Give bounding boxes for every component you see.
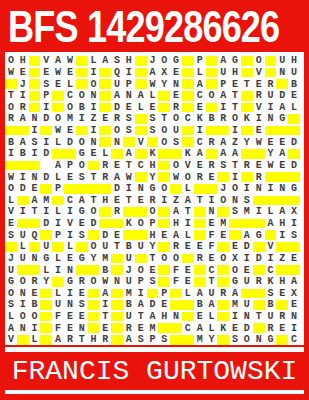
letter-cell: E xyxy=(182,264,194,276)
blocked-cell-yellow xyxy=(5,160,17,172)
blocked-cell-yellow xyxy=(158,276,170,288)
letter-cell: A xyxy=(170,206,182,218)
blocked-cell-yellow xyxy=(194,218,206,230)
blocked-cell-yellow xyxy=(99,67,111,79)
letter-cell: N xyxy=(276,183,288,195)
letter-cell: I xyxy=(88,67,100,79)
letter-cell: E xyxy=(206,171,218,183)
letter-cell: S xyxy=(5,229,17,241)
letter-cell: K xyxy=(265,276,277,288)
letter-cell: E xyxy=(64,311,76,323)
letter-cell: P xyxy=(147,218,159,230)
blocked-cell-yellow xyxy=(40,311,52,323)
letter-cell: H xyxy=(158,311,170,323)
letter-cell: I xyxy=(229,171,241,183)
letter-cell: Q xyxy=(111,67,123,79)
letter-cell: U xyxy=(288,67,300,79)
letter-cell: S xyxy=(123,113,135,125)
blocked-cell-yellow xyxy=(76,67,88,79)
letter-cell: G xyxy=(170,55,182,67)
blocked-cell-yellow xyxy=(88,183,100,195)
blocked-cell-yellow xyxy=(241,125,253,137)
letter-cell: P xyxy=(40,90,52,102)
blocked-cell-yellow xyxy=(217,311,229,323)
blocked-cell-white xyxy=(40,160,52,172)
blocked-cell-yellow xyxy=(182,102,194,114)
letter-cell: O xyxy=(253,55,265,67)
letter-cell: E xyxy=(64,322,76,334)
blocked-cell-yellow xyxy=(182,334,194,346)
letter-cell: R xyxy=(99,171,111,183)
blocked-cell-yellow xyxy=(158,264,170,276)
letter-cell: O xyxy=(206,90,218,102)
letter-cell: N xyxy=(88,136,100,148)
blocked-cell-yellow xyxy=(76,125,88,137)
letter-cell: D xyxy=(40,171,52,183)
letter-cell: C xyxy=(265,264,277,276)
letter-cell: M xyxy=(217,218,229,230)
letter-cell: E xyxy=(194,102,206,114)
letter-cell: P xyxy=(135,276,147,288)
letter-cell: R xyxy=(170,241,182,253)
letter-cell: U xyxy=(265,311,277,323)
letter-cell: U xyxy=(17,229,29,241)
letter-cell: T xyxy=(5,90,17,102)
letter-cell: V xyxy=(265,241,277,253)
letter-cell: E xyxy=(229,241,241,253)
blocked-cell-yellow xyxy=(158,218,170,230)
blocked-cell-yellow xyxy=(111,288,123,300)
letter-cell: E xyxy=(52,78,64,90)
letter-cell: I xyxy=(241,183,253,195)
letter-cell: S xyxy=(76,171,88,183)
blocked-cell-yellow xyxy=(217,264,229,276)
letter-cell: R xyxy=(217,113,229,125)
letter-cell: H xyxy=(147,160,159,172)
letter-cell: E xyxy=(135,195,147,207)
letter-cell: O xyxy=(5,102,17,114)
letter-cell: O xyxy=(182,171,194,183)
letter-cell: Z xyxy=(170,195,182,207)
blocked-cell-yellow xyxy=(17,160,29,172)
blocked-cell-yellow xyxy=(170,288,182,300)
blocked-cell-yellow xyxy=(265,55,277,67)
blocked-cell-yellow xyxy=(206,78,218,90)
letter-cell: L xyxy=(17,241,29,253)
letter-cell: T xyxy=(158,113,170,125)
letter-cell: I xyxy=(29,322,41,334)
letter-cell: A xyxy=(147,67,159,79)
blocked-cell-yellow xyxy=(288,171,300,183)
letter-cell: S xyxy=(147,125,159,137)
blocked-cell-yellow xyxy=(52,241,64,253)
letter-cell: P xyxy=(123,78,135,90)
letter-cell: N xyxy=(241,311,253,323)
blocked-cell-yellow xyxy=(170,299,182,311)
blocked-cell-yellow xyxy=(135,78,147,90)
letter-cell: G xyxy=(76,206,88,218)
letter-cell: N xyxy=(64,299,76,311)
letter-cell: A xyxy=(135,299,147,311)
blocked-cell-yellow xyxy=(253,322,265,334)
blocked-cell-yellow xyxy=(76,241,88,253)
letter-cell: A xyxy=(76,195,88,207)
letter-cell: C xyxy=(206,264,218,276)
blocked-cell-yellow xyxy=(253,148,265,160)
blocked-cell-yellow xyxy=(135,113,147,125)
letter-cell: Y xyxy=(206,334,218,346)
letter-cell: E xyxy=(147,264,159,276)
letter-cell: O xyxy=(17,276,29,288)
letter-cell: G xyxy=(76,253,88,265)
letter-cell: I xyxy=(135,288,147,300)
letter-cell: E xyxy=(253,160,265,172)
letter-cell: K xyxy=(182,148,194,160)
letter-cell: I xyxy=(40,206,52,218)
letter-cell: I xyxy=(194,125,206,137)
letter-cell: O xyxy=(241,334,253,346)
letter-cell: R xyxy=(123,322,135,334)
letter-cell: K xyxy=(147,148,159,160)
letter-cell: H xyxy=(147,229,159,241)
letter-cell: U xyxy=(217,67,229,79)
letter-cell: F xyxy=(170,276,182,288)
letter-cell: R xyxy=(99,334,111,346)
blocked-cell-yellow xyxy=(111,218,123,230)
letter-cell: A xyxy=(217,148,229,160)
blocked-cell-yellow xyxy=(241,288,253,300)
letter-cell: T xyxy=(135,311,147,323)
blocked-cell-yellow xyxy=(76,183,88,195)
letter-cell: O xyxy=(135,218,147,230)
letter-cell: W xyxy=(147,78,159,90)
letter-cell: X xyxy=(288,288,300,300)
blocked-cell-yellow xyxy=(29,78,41,90)
letter-cell: A xyxy=(288,276,300,288)
letter-cell: U xyxy=(99,241,111,253)
letter-cell: G xyxy=(229,276,241,288)
letter-cell: L xyxy=(64,78,76,90)
blocked-cell-yellow xyxy=(99,78,111,90)
letter-cell: O xyxy=(88,78,100,90)
blocked-cell-yellow xyxy=(111,253,123,265)
letter-cell: R xyxy=(253,276,265,288)
letter-cell: F xyxy=(52,322,64,334)
blocked-cell-yellow xyxy=(88,322,100,334)
blocked-cell-yellow xyxy=(265,171,277,183)
blocked-cell-yellow xyxy=(88,264,100,276)
blocked-cell-yellow xyxy=(241,102,253,114)
letter-cell: H xyxy=(276,276,288,288)
letter-cell: V xyxy=(64,218,76,230)
letter-cell: E xyxy=(17,67,29,79)
blocked-cell-yellow xyxy=(182,90,194,102)
blocked-cell-yellow xyxy=(265,67,277,79)
letter-cell: T xyxy=(147,253,159,265)
letter-cell: T xyxy=(253,311,265,323)
letter-cell: O xyxy=(5,55,17,67)
letter-cell: R xyxy=(194,253,206,265)
letter-cell: B xyxy=(17,148,29,160)
letter-cell: R xyxy=(17,102,29,114)
blocked-cell-yellow xyxy=(29,90,41,102)
letter-cell: T xyxy=(88,195,100,207)
letter-cell: E xyxy=(194,160,206,172)
letter-cell: G xyxy=(253,229,265,241)
letter-cell: L xyxy=(40,264,52,276)
blocked-cell-yellow xyxy=(206,183,218,195)
letter-cell: W xyxy=(99,276,111,288)
letter-cell: L xyxy=(5,195,17,207)
blocked-cell-yellow xyxy=(288,148,300,160)
letter-cell: R xyxy=(194,171,206,183)
letter-cell: E xyxy=(64,171,76,183)
letter-cell: M xyxy=(40,195,52,207)
blocked-cell-yellow xyxy=(99,206,111,218)
letter-cell: F xyxy=(52,311,64,323)
letter-cell: O xyxy=(5,183,17,195)
letter-cell: L xyxy=(52,136,64,148)
letter-cell: J xyxy=(123,264,135,276)
letter-cell: N xyxy=(265,113,277,125)
blocked-cell-yellow xyxy=(147,288,159,300)
letter-cell: L xyxy=(88,55,100,67)
blocked-cell-yellow xyxy=(276,125,288,137)
blocked-cell-yellow xyxy=(5,78,17,90)
letter-cell: F xyxy=(206,241,218,253)
letter-cell: G xyxy=(76,148,88,160)
letter-cell: E xyxy=(76,288,88,300)
blocked-cell-yellow xyxy=(135,67,147,79)
letter-cell: T xyxy=(241,78,253,90)
letter-cell: Z xyxy=(88,113,100,125)
blocked-cell-yellow xyxy=(40,125,52,137)
letter-cell: B xyxy=(123,299,135,311)
letter-cell: I xyxy=(265,183,277,195)
letter-cell: A xyxy=(29,195,41,207)
grid-panel: OHVAWLASHJOGPAGOUHWEEWEIQIAXELUHVNUJSELO… xyxy=(5,52,304,394)
letter-cell: S xyxy=(76,229,88,241)
letter-cell: D xyxy=(288,160,300,172)
letter-cell: D xyxy=(147,299,159,311)
letter-cell: O xyxy=(158,55,170,67)
letter-cell: R xyxy=(265,322,277,334)
blocked-cell-yellow xyxy=(288,241,300,253)
blocked-cell-yellow xyxy=(52,102,64,114)
letter-cell: L xyxy=(99,148,111,160)
blocked-cell-yellow xyxy=(64,148,76,160)
letter-cell: H xyxy=(123,55,135,67)
blocked-cell-yellow xyxy=(135,148,147,160)
letter-cell: S xyxy=(147,113,159,125)
blocked-cell-yellow xyxy=(147,136,159,148)
letter-cell: U xyxy=(265,90,277,102)
letter-cell: A xyxy=(99,55,111,67)
letter-cell: U xyxy=(123,276,135,288)
letter-cell: M xyxy=(194,334,206,346)
letter-cell: O xyxy=(147,206,159,218)
letter-cell: R xyxy=(217,288,229,300)
letter-cell: L xyxy=(288,102,300,114)
letter-cell: N xyxy=(64,264,76,276)
letter-cell: S xyxy=(229,206,241,218)
letter-cell: A xyxy=(194,78,206,90)
grid-bottom-rule xyxy=(5,345,304,347)
letter-cell: O xyxy=(158,125,170,137)
letter-cell: G xyxy=(40,253,52,265)
letter-cell: E xyxy=(99,113,111,125)
blocked-cell-yellow xyxy=(217,334,229,346)
letter-cell: U xyxy=(17,253,29,265)
letter-cell: Y xyxy=(265,148,277,160)
letter-cell: K xyxy=(123,218,135,230)
letter-cell: E xyxy=(29,183,41,195)
blocked-cell-yellow xyxy=(206,102,218,114)
letter-cell: B xyxy=(194,299,206,311)
blocked-cell-yellow xyxy=(182,311,194,323)
letter-cell: T xyxy=(206,276,218,288)
letter-cell: I xyxy=(229,311,241,323)
blocked-cell-yellow xyxy=(194,183,206,195)
letter-cell: A xyxy=(276,206,288,218)
letter-cell: A xyxy=(111,90,123,102)
letter-cell: D xyxy=(241,241,253,253)
letter-cell: D xyxy=(253,253,265,265)
letter-cell: T xyxy=(229,102,241,114)
letter-cell: N xyxy=(29,113,41,125)
letter-cell: G xyxy=(229,55,241,67)
blocked-cell-yellow xyxy=(158,102,170,114)
letter-cell: O xyxy=(17,311,29,323)
blocked-cell-yellow xyxy=(111,299,123,311)
letter-cell: V xyxy=(253,102,265,114)
letter-cell: O xyxy=(76,160,88,172)
blocked-cell-yellow xyxy=(194,229,206,241)
letter-cell: O xyxy=(170,160,182,172)
letter-cell: U xyxy=(123,253,135,265)
blocked-cell-yellow xyxy=(206,67,218,79)
letter-cell: E xyxy=(111,195,123,207)
letter-cell: A xyxy=(217,55,229,67)
blocked-cell-yellow xyxy=(158,90,170,102)
blocked-cell-yellow xyxy=(40,288,52,300)
letter-cell: U xyxy=(206,288,218,300)
blocked-cell-yellow xyxy=(170,322,182,334)
letter-cell: I xyxy=(40,102,52,114)
blocked-cell-yellow xyxy=(217,299,229,311)
blocked-cell-yellow xyxy=(17,125,29,137)
blocked-cell-yellow xyxy=(99,90,111,102)
letter-cell: E xyxy=(253,78,265,90)
blocked-cell-yellow xyxy=(40,183,52,195)
letter-cell: H xyxy=(99,195,111,207)
letter-cell: R xyxy=(206,160,218,172)
letter-cell: L xyxy=(135,102,147,114)
letter-cell: L xyxy=(52,206,64,218)
letter-cell: Z xyxy=(276,253,288,265)
letter-cell: T xyxy=(29,206,41,218)
letter-cell: N xyxy=(288,311,300,323)
letter-cell: R xyxy=(265,78,277,90)
letter-cell: E xyxy=(64,67,76,79)
letter-cell: L xyxy=(52,288,64,300)
blocked-cell-yellow xyxy=(217,171,229,183)
letter-cell: U xyxy=(111,78,123,90)
letter-cell: U xyxy=(170,125,182,137)
blocked-cell-yellow xyxy=(64,183,76,195)
letter-cell: S xyxy=(40,78,52,90)
letter-cell: S xyxy=(111,55,123,67)
letter-cell: O xyxy=(158,136,170,148)
letter-cell: A xyxy=(217,136,229,148)
letter-cell: E xyxy=(276,288,288,300)
letter-cell: A xyxy=(52,334,64,346)
blocked-cell-yellow xyxy=(194,276,206,288)
letter-cell: T xyxy=(99,311,111,323)
letter-cell: B xyxy=(29,299,41,311)
blocked-cell-yellow xyxy=(135,55,147,67)
letter-cell: O xyxy=(88,206,100,218)
letter-cell: L xyxy=(29,334,41,346)
letter-cell: U xyxy=(40,241,52,253)
letter-cell: D xyxy=(99,229,111,241)
letter-cell: A xyxy=(5,322,17,334)
letter-cell: N xyxy=(229,195,241,207)
blocked-cell-yellow xyxy=(253,218,265,230)
letter-cell: S xyxy=(217,160,229,172)
letter-cell: E xyxy=(158,299,170,311)
letter-cell: B xyxy=(206,113,218,125)
letter-cell: E xyxy=(76,218,88,230)
letter-cell: D xyxy=(64,136,76,148)
blocked-cell-yellow xyxy=(253,288,265,300)
letter-cell: O xyxy=(170,253,182,265)
letter-cell: A xyxy=(52,160,64,172)
letter-cell: A xyxy=(194,148,206,160)
blocked-cell-yellow xyxy=(88,229,100,241)
letter-cell: I xyxy=(265,102,277,114)
letter-cell: S xyxy=(241,195,253,207)
letter-cell: Y xyxy=(147,241,159,253)
blocked-cell-yellow xyxy=(229,229,241,241)
letter-cell: S xyxy=(147,276,159,288)
letter-cell: N xyxy=(253,334,265,346)
blocked-cell-yellow xyxy=(288,113,300,125)
blocked-cell-yellow xyxy=(135,206,147,218)
blocked-cell-yellow xyxy=(76,78,88,90)
blocked-cell-yellow xyxy=(29,67,41,79)
blocked-cell-yellow xyxy=(52,90,64,102)
letter-cell: I xyxy=(52,218,64,230)
letter-cell: V xyxy=(40,55,52,67)
blocked-cell-yellow xyxy=(158,160,170,172)
blocked-cell-yellow xyxy=(123,229,135,241)
blocked-cell-yellow xyxy=(241,171,253,183)
letter-cell: D xyxy=(111,183,123,195)
letter-cell: J xyxy=(5,253,17,265)
letter-cell: X xyxy=(158,67,170,79)
letter-cell: Y xyxy=(147,171,159,183)
letter-cell: O xyxy=(76,90,88,102)
letter-cell: E xyxy=(217,229,229,241)
letter-cell: N xyxy=(17,288,29,300)
letter-cell: T xyxy=(229,90,241,102)
letter-cell: L xyxy=(265,206,277,218)
blocked-cell-yellow xyxy=(52,276,64,288)
letter-cell: J xyxy=(17,78,29,90)
blocked-cell-yellow xyxy=(135,171,147,183)
letter-cell: O xyxy=(229,264,241,276)
